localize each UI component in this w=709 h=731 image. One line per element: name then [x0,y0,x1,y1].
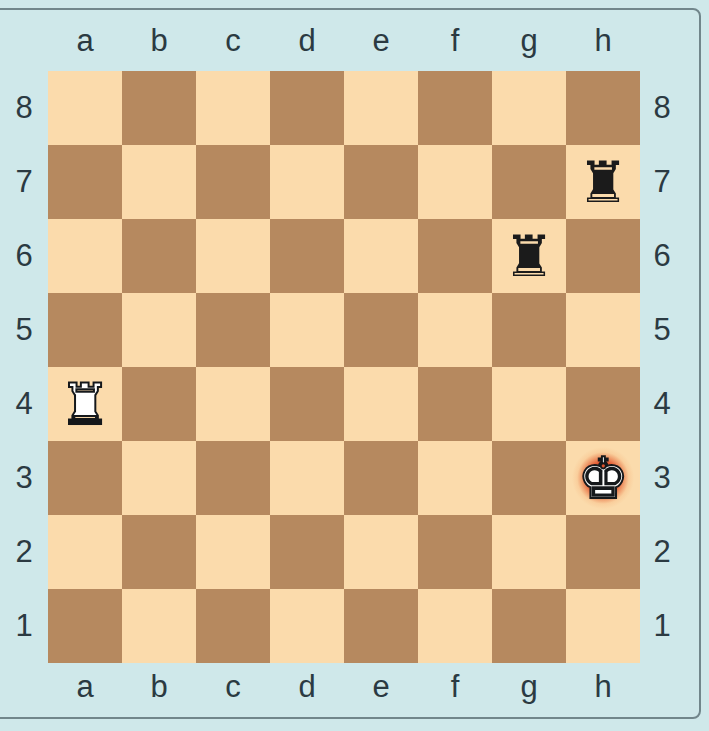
square-g7[interactable] [492,145,566,219]
coordinate-label-6: 6 [0,219,48,293]
square-d4[interactable] [270,367,344,441]
square-b1[interactable] [122,589,196,663]
coordinate-label-5: 5 [0,293,48,367]
square-b8[interactable] [122,71,196,145]
square-e1[interactable] [344,589,418,663]
coordinate-label-1: 1 [0,589,48,663]
coordinate-label-d: d [270,666,344,708]
coordinate-label-3: 3 [640,441,684,515]
coordinate-label-1: 1 [640,589,684,663]
rank-labels-right: 87654321 [640,71,684,663]
coordinate-label-3: 3 [0,441,48,515]
square-g6[interactable]: ♜ [492,219,566,293]
diagram-page: abcdefgh 87654321 ♜♜♜♚ 87654321 abcdefgh [0,0,709,731]
square-a3[interactable] [48,441,122,515]
square-g2[interactable] [492,515,566,589]
square-a4[interactable]: ♜ [48,367,122,441]
coordinate-label-7: 7 [0,145,48,219]
piece-white-rook[interactable]: ♜ [48,367,122,441]
square-d2[interactable] [270,515,344,589]
square-f1[interactable] [418,589,492,663]
square-d5[interactable] [270,293,344,367]
coordinate-label-c: c [196,666,270,708]
coordinate-label-b: b [122,666,196,708]
square-d7[interactable] [270,145,344,219]
coordinate-label-h: h [566,666,640,708]
coordinate-label-4: 4 [0,367,48,441]
square-d6[interactable] [270,219,344,293]
square-e7[interactable] [344,145,418,219]
square-f7[interactable] [418,145,492,219]
square-c8[interactable] [196,71,270,145]
square-a5[interactable] [48,293,122,367]
square-h7[interactable]: ♜ [566,145,640,219]
square-f6[interactable] [418,219,492,293]
coordinate-label-2: 2 [0,515,48,589]
square-a1[interactable] [48,589,122,663]
coordinate-label-e: e [344,20,418,62]
square-c4[interactable] [196,367,270,441]
square-f5[interactable] [418,293,492,367]
square-h2[interactable] [566,515,640,589]
square-c1[interactable] [196,589,270,663]
coordinate-label-a: a [48,666,122,708]
square-g5[interactable] [492,293,566,367]
square-e5[interactable] [344,293,418,367]
coordinate-label-c: c [196,20,270,62]
coordinate-label-f: f [418,666,492,708]
coordinate-label-e: e [344,666,418,708]
coordinate-label-f: f [418,20,492,62]
square-c2[interactable] [196,515,270,589]
square-a2[interactable] [48,515,122,589]
square-b7[interactable] [122,145,196,219]
coordinate-label-7: 7 [640,145,684,219]
square-e8[interactable] [344,71,418,145]
square-f2[interactable] [418,515,492,589]
coordinate-label-8: 8 [640,71,684,145]
coordinate-label-8: 8 [0,71,48,145]
square-b5[interactable] [122,293,196,367]
coordinate-label-b: b [122,20,196,62]
square-g3[interactable] [492,441,566,515]
square-b4[interactable] [122,367,196,441]
square-d1[interactable] [270,589,344,663]
square-h4[interactable] [566,367,640,441]
piece-black-rook[interactable]: ♜ [492,219,566,293]
coordinate-label-a: a [48,20,122,62]
coordinate-label-2: 2 [640,515,684,589]
square-e3[interactable] [344,441,418,515]
square-b2[interactable] [122,515,196,589]
square-h1[interactable] [566,589,640,663]
coordinate-label-5: 5 [640,293,684,367]
file-labels-bottom: abcdefgh [48,666,640,708]
square-b6[interactable] [122,219,196,293]
coordinate-label-6: 6 [640,219,684,293]
square-h3[interactable]: ♚ [566,441,640,515]
coordinate-label-h: h [566,20,640,62]
square-f8[interactable] [418,71,492,145]
chess-board: ♜♜♜♚ [48,71,640,663]
square-e4[interactable] [344,367,418,441]
square-h8[interactable] [566,71,640,145]
square-g8[interactable] [492,71,566,145]
square-c6[interactable] [196,219,270,293]
square-h6[interactable] [566,219,640,293]
coordinate-label-d: d [270,20,344,62]
piece-white-king[interactable]: ♚ [566,441,640,515]
square-d3[interactable] [270,441,344,515]
square-c3[interactable] [196,441,270,515]
square-a6[interactable] [48,219,122,293]
square-a8[interactable] [48,71,122,145]
square-f3[interactable] [418,441,492,515]
square-b3[interactable] [122,441,196,515]
coordinate-label-4: 4 [640,367,684,441]
square-g1[interactable] [492,589,566,663]
coordinate-label-g: g [492,666,566,708]
square-c7[interactable] [196,145,270,219]
rank-labels-left: 87654321 [0,71,48,663]
square-e6[interactable] [344,219,418,293]
file-labels-top: abcdefgh [48,20,640,62]
square-a7[interactable] [48,145,122,219]
square-d8[interactable] [270,71,344,145]
square-c5[interactable] [196,293,270,367]
piece-black-rook[interactable]: ♜ [566,145,640,219]
coordinate-label-g: g [492,20,566,62]
square-e2[interactable] [344,515,418,589]
square-g4[interactable] [492,367,566,441]
square-f4[interactable] [418,367,492,441]
square-h5[interactable] [566,293,640,367]
